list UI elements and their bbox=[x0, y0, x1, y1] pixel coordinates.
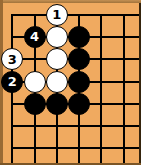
board-bottom-border bbox=[0, 163, 142, 165]
intersection-c3-r2 bbox=[46, 26, 68, 48]
black-stone bbox=[68, 48, 90, 70]
intersection-c6-r7 bbox=[113, 137, 135, 159]
intersection-c1-r1 bbox=[1, 4, 23, 26]
go-corner-diagram: 1432 bbox=[0, 0, 142, 165]
black-stone bbox=[46, 93, 68, 115]
intersection-c5-r3 bbox=[90, 48, 112, 70]
intersection-c3-r1: 1 bbox=[46, 4, 68, 26]
intersection-c5-r6 bbox=[90, 115, 112, 137]
intersection-c3-r3 bbox=[46, 48, 68, 70]
intersection-c4-r4 bbox=[68, 70, 90, 92]
intersection-c3-r6 bbox=[46, 115, 68, 137]
intersection-c3-r4 bbox=[46, 70, 68, 92]
black-stone bbox=[68, 26, 90, 48]
intersection-c6-r5 bbox=[113, 93, 135, 115]
intersection-c4-r3 bbox=[68, 48, 90, 70]
intersection-c2-r1 bbox=[23, 4, 45, 26]
white-stone: 1 bbox=[46, 4, 68, 26]
intersection-c2-r2: 4 bbox=[23, 26, 45, 48]
intersection-c6-r1 bbox=[113, 4, 135, 26]
intersection-c6-r4 bbox=[113, 70, 135, 92]
intersection-c6-r3 bbox=[113, 48, 135, 70]
intersection-c1-r3: 3 bbox=[1, 48, 23, 70]
board-top-border bbox=[0, 0, 142, 3]
intersection-c2-r4 bbox=[23, 70, 45, 92]
intersection-c5-r1 bbox=[90, 4, 112, 26]
intersection-c5-r2 bbox=[90, 26, 112, 48]
white-stone bbox=[46, 48, 68, 70]
intersection-c1-r2 bbox=[1, 26, 23, 48]
move-number-label: 2 bbox=[8, 75, 17, 88]
intersection-c5-r7 bbox=[90, 137, 112, 159]
intersection-c6-r2 bbox=[113, 26, 135, 48]
black-stone bbox=[68, 71, 90, 93]
intersection-c2-r7 bbox=[23, 137, 45, 159]
board-right-white-strip bbox=[141, 0, 142, 165]
intersection-grid: 1432 bbox=[1, 4, 142, 160]
intersection-c2-r3 bbox=[23, 48, 45, 70]
intersection-c3-r7 bbox=[46, 137, 68, 159]
intersection-c4-r7 bbox=[68, 137, 90, 159]
move-number-label: 3 bbox=[8, 52, 17, 65]
white-stone bbox=[46, 71, 68, 93]
intersection-c4-r5 bbox=[68, 93, 90, 115]
intersection-c1-r5 bbox=[1, 93, 23, 115]
intersection-c4-r6 bbox=[68, 115, 90, 137]
black-stone: 2 bbox=[1, 71, 23, 93]
intersection-c2-r5 bbox=[23, 93, 45, 115]
black-stone: 4 bbox=[24, 26, 46, 48]
white-stone bbox=[24, 71, 46, 93]
intersection-c4-r1 bbox=[68, 4, 90, 26]
intersection-c5-r4 bbox=[90, 70, 112, 92]
intersection-c6-r6 bbox=[113, 115, 135, 137]
intersection-c1-r7 bbox=[1, 137, 23, 159]
white-stone bbox=[46, 26, 68, 48]
intersection-c5-r5 bbox=[90, 93, 112, 115]
intersection-c1-r4: 2 bbox=[1, 70, 23, 92]
intersection-c2-r6 bbox=[23, 115, 45, 137]
black-stone bbox=[24, 93, 46, 115]
intersection-c4-r2 bbox=[68, 26, 90, 48]
move-number-label: 1 bbox=[52, 8, 61, 21]
move-number-label: 4 bbox=[30, 30, 39, 43]
intersection-c3-r5 bbox=[46, 93, 68, 115]
white-stone: 3 bbox=[1, 48, 23, 70]
black-stone bbox=[68, 93, 90, 115]
intersection-c1-r6 bbox=[1, 115, 23, 137]
